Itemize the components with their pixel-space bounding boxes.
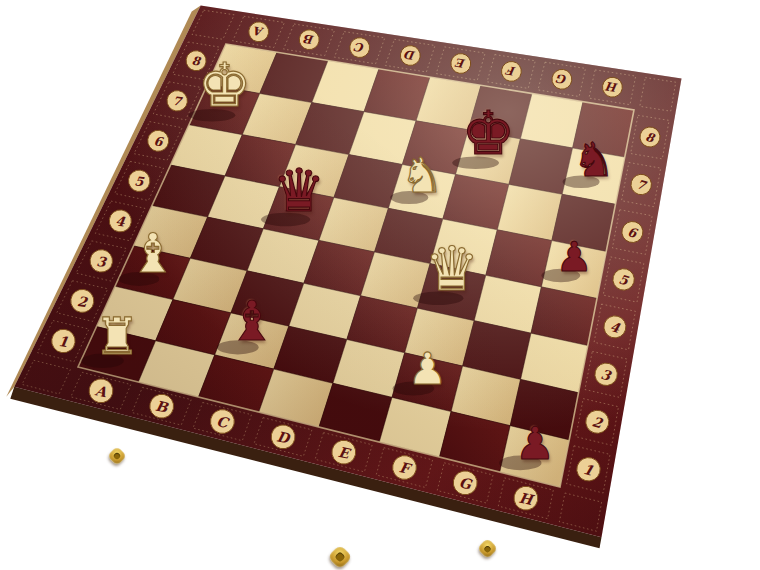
pawn-glyph: ♟ [529, 233, 619, 281]
bishop-glyph: ♝ [207, 289, 297, 354]
piece-white-rook-a1[interactable]: ♜ [72, 307, 162, 367]
king-glyph: ♚ [180, 50, 270, 121]
piece-black-pawn-h5[interactable]: ♟ [529, 233, 619, 281]
piece-black-queen-c5[interactable]: ♛ [254, 156, 344, 226]
piece-black-knight-h7[interactable]: ♞ [549, 132, 639, 187]
photo-stage: AA88BB77CC66DD55EE44FF33GG22HH11 ♚♚♞♞♛♟♛… [0, 0, 760, 570]
queen-glyph: ♛ [407, 233, 497, 305]
bishop-glyph: ♝ [108, 222, 198, 286]
piece-white-knight-e6[interactable]: ♞ [377, 147, 467, 204]
queen-glyph: ♛ [254, 156, 344, 226]
piece-black-bishop-c2[interactable]: ♝ [207, 289, 297, 354]
pawn-glyph: ♟ [490, 417, 580, 470]
piece-white-king-a7[interactable]: ♚ [180, 50, 270, 121]
piece-white-queen-f4[interactable]: ♛ [407, 233, 497, 305]
knight-glyph: ♞ [549, 132, 639, 187]
knight-glyph: ♞ [377, 147, 467, 204]
piece-white-pawn-f2[interactable]: ♟ [383, 343, 473, 395]
piece-white-bishop-a3[interactable]: ♝ [108, 222, 198, 286]
piece-black-pawn-h1[interactable]: ♟ [490, 417, 580, 470]
rook-glyph: ♜ [72, 307, 162, 367]
pawn-glyph: ♟ [383, 343, 473, 395]
